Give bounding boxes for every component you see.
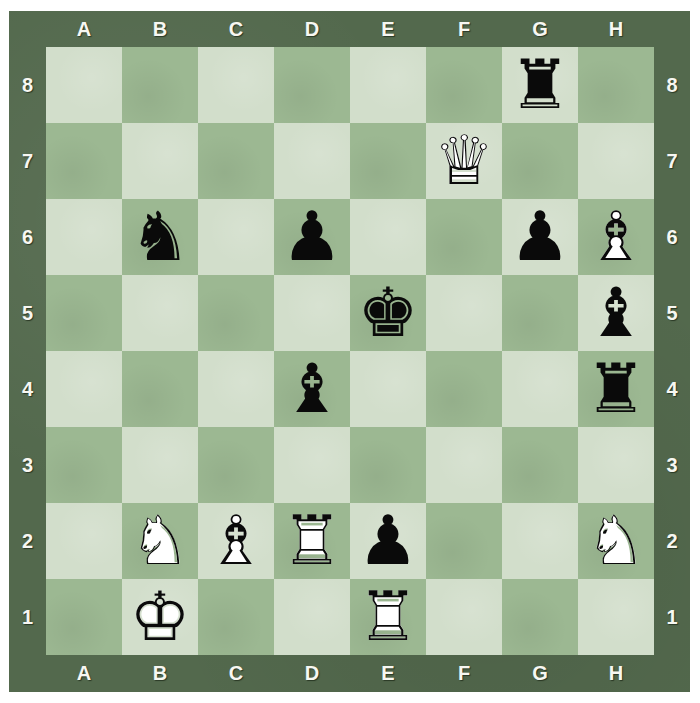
square-b3[interactable] bbox=[122, 427, 198, 503]
black-pawn-glyph: ♟ bbox=[510, 199, 571, 275]
square-c6[interactable] bbox=[198, 199, 274, 275]
square-f3[interactable] bbox=[426, 427, 502, 503]
white-queen-glyph: ♕ bbox=[434, 123, 495, 199]
white-king[interactable]: ♚♔ bbox=[122, 579, 198, 655]
square-g1[interactable] bbox=[502, 579, 578, 655]
square-b2[interactable]: ♞♘ bbox=[122, 503, 198, 579]
square-c7[interactable] bbox=[198, 123, 274, 199]
rank-label-8-right: 8 bbox=[654, 47, 690, 123]
file-label-e-bottom: E bbox=[350, 655, 426, 692]
rank-label-5-right: 5 bbox=[654, 275, 690, 351]
rank-label-8-left: 8 bbox=[9, 47, 46, 123]
square-g2[interactable] bbox=[502, 503, 578, 579]
square-b7[interactable] bbox=[122, 123, 198, 199]
square-g8[interactable]: ♜ bbox=[502, 47, 578, 123]
square-f7[interactable]: ♛♕ bbox=[426, 123, 502, 199]
square-d8[interactable] bbox=[274, 47, 350, 123]
rank-label-7-right: 7 bbox=[654, 123, 690, 199]
white-rook-glyph: ♖ bbox=[282, 503, 343, 579]
square-e8[interactable] bbox=[350, 47, 426, 123]
square-h6[interactable]: ♝♗ bbox=[578, 199, 654, 275]
square-b6[interactable]: ♞ bbox=[122, 199, 198, 275]
white-bishop-glyph: ♗ bbox=[206, 503, 267, 579]
file-label-h-bottom: H bbox=[578, 655, 654, 692]
square-h1[interactable] bbox=[578, 579, 654, 655]
square-d3[interactable] bbox=[274, 427, 350, 503]
square-f4[interactable] bbox=[426, 351, 502, 427]
white-rook-glyph: ♖ bbox=[358, 579, 419, 655]
rank-label-3-left: 3 bbox=[9, 427, 46, 503]
square-g5[interactable] bbox=[502, 275, 578, 351]
square-c5[interactable] bbox=[198, 275, 274, 351]
rank-label-2-left: 2 bbox=[9, 503, 46, 579]
file-label-g-top: G bbox=[502, 11, 578, 47]
square-e5[interactable]: ♚ bbox=[350, 275, 426, 351]
square-b4[interactable] bbox=[122, 351, 198, 427]
white-rook[interactable]: ♜♖ bbox=[350, 579, 426, 655]
square-g7[interactable] bbox=[502, 123, 578, 199]
rank-label-5-left: 5 bbox=[9, 275, 46, 351]
white-rook[interactable]: ♜♖ bbox=[274, 503, 350, 579]
square-c2[interactable]: ♝♗ bbox=[198, 503, 274, 579]
file-label-f-top: F bbox=[426, 11, 502, 47]
square-a3[interactable] bbox=[46, 427, 122, 503]
black-bishop[interactable]: ♝ bbox=[274, 351, 350, 427]
frame-corner bbox=[654, 11, 690, 47]
file-label-b-top: B bbox=[122, 11, 198, 47]
square-f5[interactable] bbox=[426, 275, 502, 351]
square-h5[interactable]: ♝ bbox=[578, 275, 654, 351]
frame-corner bbox=[9, 11, 46, 47]
page: { "game": "chess", "position": { "fen": … bbox=[0, 0, 700, 703]
square-f1[interactable] bbox=[426, 579, 502, 655]
square-g3[interactable] bbox=[502, 427, 578, 503]
white-bishop[interactable]: ♝♗ bbox=[198, 503, 274, 579]
rank-label-1-right: 1 bbox=[654, 579, 690, 655]
square-d5[interactable] bbox=[274, 275, 350, 351]
square-g4[interactable] bbox=[502, 351, 578, 427]
square-e7[interactable] bbox=[350, 123, 426, 199]
square-d7[interactable] bbox=[274, 123, 350, 199]
file-label-c-top: C bbox=[198, 11, 274, 47]
square-c4[interactable] bbox=[198, 351, 274, 427]
square-a1[interactable] bbox=[46, 579, 122, 655]
file-label-h-top: H bbox=[578, 11, 654, 47]
square-d2[interactable]: ♜♖ bbox=[274, 503, 350, 579]
black-pawn-glyph: ♟ bbox=[282, 199, 343, 275]
frame-corner bbox=[654, 655, 690, 692]
square-a6[interactable] bbox=[46, 199, 122, 275]
square-e4[interactable] bbox=[350, 351, 426, 427]
black-rook-glyph: ♜ bbox=[586, 351, 647, 427]
black-rook[interactable]: ♜ bbox=[578, 351, 654, 427]
file-label-e-top: E bbox=[350, 11, 426, 47]
file-label-g-bottom: G bbox=[502, 655, 578, 692]
black-king-glyph: ♚ bbox=[358, 275, 419, 351]
square-c1[interactable] bbox=[198, 579, 274, 655]
square-e6[interactable] bbox=[350, 199, 426, 275]
white-king-glyph: ♔ bbox=[130, 579, 191, 655]
square-b1[interactable]: ♚♔ bbox=[122, 579, 198, 655]
rank-label-1-left: 1 bbox=[9, 579, 46, 655]
white-knight[interactable]: ♞♘ bbox=[578, 503, 654, 579]
white-queen[interactable]: ♛♕ bbox=[426, 123, 502, 199]
square-a8[interactable] bbox=[46, 47, 122, 123]
black-pawn[interactable]: ♟ bbox=[502, 199, 578, 275]
black-bishop-glyph: ♝ bbox=[586, 275, 647, 351]
square-d4[interactable]: ♝ bbox=[274, 351, 350, 427]
square-f8[interactable] bbox=[426, 47, 502, 123]
white-knight-glyph: ♘ bbox=[130, 503, 191, 579]
white-bishop[interactable]: ♝♗ bbox=[578, 199, 654, 275]
square-h7[interactable] bbox=[578, 123, 654, 199]
black-bishop-glyph: ♝ bbox=[282, 351, 343, 427]
black-bishop[interactable]: ♝ bbox=[578, 275, 654, 351]
file-label-f-bottom: F bbox=[426, 655, 502, 692]
black-knight-glyph: ♞ bbox=[130, 199, 191, 275]
white-knight-glyph: ♘ bbox=[586, 503, 647, 579]
square-b8[interactable] bbox=[122, 47, 198, 123]
square-e2[interactable]: ♟ bbox=[350, 503, 426, 579]
square-e1[interactable]: ♜♖ bbox=[350, 579, 426, 655]
rank-label-3-right: 3 bbox=[654, 427, 690, 503]
square-b5[interactable] bbox=[122, 275, 198, 351]
square-h2[interactable]: ♞♘ bbox=[578, 503, 654, 579]
rank-label-7-left: 7 bbox=[9, 123, 46, 199]
rank-label-4-left: 4 bbox=[9, 351, 46, 427]
square-f2[interactable] bbox=[426, 503, 502, 579]
square-c8[interactable] bbox=[198, 47, 274, 123]
square-h4[interactable]: ♜ bbox=[578, 351, 654, 427]
square-a5[interactable] bbox=[46, 275, 122, 351]
black-pawn-glyph: ♟ bbox=[358, 503, 419, 579]
square-f6[interactable] bbox=[426, 199, 502, 275]
frame-corner bbox=[9, 655, 46, 692]
square-g6[interactable]: ♟ bbox=[502, 199, 578, 275]
white-bishop-glyph: ♗ bbox=[586, 199, 647, 275]
black-king[interactable]: ♚ bbox=[350, 275, 426, 351]
square-d1[interactable] bbox=[274, 579, 350, 655]
square-h3[interactable] bbox=[578, 427, 654, 503]
black-knight[interactable]: ♞ bbox=[122, 199, 198, 275]
square-h8[interactable] bbox=[578, 47, 654, 123]
file-label-c-bottom: C bbox=[198, 655, 274, 692]
file-label-d-bottom: D bbox=[274, 655, 350, 692]
rank-label-4-right: 4 bbox=[654, 351, 690, 427]
black-rook[interactable]: ♜ bbox=[502, 47, 578, 123]
black-pawn[interactable]: ♟ bbox=[274, 199, 350, 275]
square-c3[interactable] bbox=[198, 427, 274, 503]
chess-board: ABCDEFGH8♜87♛♕76♞♟♟♝♗65♚♝54♝♜4332♞♘♝♗♜♖♟… bbox=[9, 11, 690, 692]
rank-label-2-right: 2 bbox=[654, 503, 690, 579]
square-a2[interactable] bbox=[46, 503, 122, 579]
file-label-b-bottom: B bbox=[122, 655, 198, 692]
file-label-a-top: A bbox=[46, 11, 122, 47]
square-a4[interactable] bbox=[46, 351, 122, 427]
rank-label-6-right: 6 bbox=[654, 199, 690, 275]
square-d6[interactable]: ♟ bbox=[274, 199, 350, 275]
black-rook-glyph: ♜ bbox=[510, 47, 571, 123]
square-e3[interactable] bbox=[350, 427, 426, 503]
white-knight[interactable]: ♞♘ bbox=[122, 503, 198, 579]
file-label-a-bottom: A bbox=[46, 655, 122, 692]
rank-label-6-left: 6 bbox=[9, 199, 46, 275]
file-label-d-top: D bbox=[274, 11, 350, 47]
square-a7[interactable] bbox=[46, 123, 122, 199]
black-pawn[interactable]: ♟ bbox=[350, 503, 426, 579]
